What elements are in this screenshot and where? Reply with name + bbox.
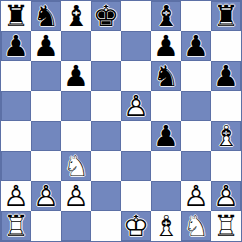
square-g1[interactable]: ♞♘ bbox=[181, 211, 211, 241]
square-b7[interactable]: ♟ bbox=[31, 31, 61, 61]
square-g2[interactable]: ♟♙ bbox=[181, 181, 211, 211]
square-d2[interactable] bbox=[91, 181, 121, 211]
square-e4[interactable] bbox=[121, 121, 151, 151]
white-piece-outline-layer: ♖ bbox=[211, 211, 241, 241]
square-d3[interactable] bbox=[91, 151, 121, 181]
piece-black-pawn[interactable]: ♟ bbox=[151, 31, 181, 61]
square-h4[interactable]: ♝♗ bbox=[211, 121, 241, 151]
square-e1[interactable]: ♚♔ bbox=[121, 211, 151, 241]
piece-white-pawn[interactable]: ♟♙ bbox=[181, 181, 211, 211]
white-piece-outline-layer: ♘ bbox=[181, 211, 211, 241]
square-h3[interactable] bbox=[211, 151, 241, 181]
black-piece-glyph: ♜ bbox=[211, 1, 241, 31]
square-b8[interactable]: ♞ bbox=[31, 1, 61, 31]
square-c6[interactable]: ♟ bbox=[61, 61, 91, 91]
black-piece-glyph: ♟ bbox=[31, 31, 61, 61]
square-e6[interactable] bbox=[121, 61, 151, 91]
black-piece-glyph: ♚ bbox=[91, 1, 121, 31]
square-g6[interactable] bbox=[181, 61, 211, 91]
black-piece-glyph: ♝ bbox=[151, 1, 181, 31]
piece-white-bishop[interactable]: ♝♗ bbox=[211, 121, 241, 151]
square-e2[interactable] bbox=[121, 181, 151, 211]
square-g3[interactable] bbox=[181, 151, 211, 181]
white-piece-outline-layer: ♙ bbox=[1, 181, 31, 211]
white-piece-outline-layer: ♙ bbox=[211, 181, 241, 211]
white-piece-outline-layer: ♙ bbox=[31, 181, 61, 211]
square-a2[interactable]: ♟♙ bbox=[1, 181, 31, 211]
square-d8[interactable]: ♚ bbox=[91, 1, 121, 31]
black-piece-glyph: ♞ bbox=[151, 61, 181, 91]
square-g4[interactable] bbox=[181, 121, 211, 151]
square-d7[interactable] bbox=[91, 31, 121, 61]
square-e3[interactable] bbox=[121, 151, 151, 181]
chess-board: ♜♞♝♚♝♜♟♟♟♟♟♞♟♟♙♟♝♗♞♘♟♙♟♙♟♙♟♙♟♙♜♖♚♔♝♗♞♘♜♖ bbox=[0, 0, 242, 242]
square-h8[interactable]: ♜ bbox=[211, 1, 241, 31]
piece-white-pawn[interactable]: ♟♙ bbox=[61, 181, 91, 211]
square-c1[interactable] bbox=[61, 211, 91, 241]
piece-black-pawn[interactable]: ♟ bbox=[31, 31, 61, 61]
piece-white-pawn[interactable]: ♟♙ bbox=[31, 181, 61, 211]
piece-white-rook[interactable]: ♜♖ bbox=[211, 211, 241, 241]
square-g5[interactable] bbox=[181, 91, 211, 121]
piece-black-rook[interactable]: ♜ bbox=[211, 1, 241, 31]
piece-black-pawn[interactable]: ♟ bbox=[61, 61, 91, 91]
square-c7[interactable] bbox=[61, 31, 91, 61]
square-b5[interactable] bbox=[31, 91, 61, 121]
square-f3[interactable] bbox=[151, 151, 181, 181]
square-h6[interactable]: ♟ bbox=[211, 61, 241, 91]
piece-white-pawn[interactable]: ♟♙ bbox=[1, 181, 31, 211]
piece-white-rook[interactable]: ♜♖ bbox=[1, 211, 31, 241]
square-a8[interactable]: ♜ bbox=[1, 1, 31, 31]
black-piece-glyph: ♞ bbox=[31, 1, 61, 31]
square-g7[interactable]: ♟ bbox=[181, 31, 211, 61]
piece-black-pawn[interactable]: ♟ bbox=[211, 61, 241, 91]
square-b1[interactable] bbox=[31, 211, 61, 241]
square-h2[interactable]: ♟♙ bbox=[211, 181, 241, 211]
black-piece-glyph: ♝ bbox=[61, 1, 91, 31]
square-d6[interactable] bbox=[91, 61, 121, 91]
white-piece-outline-layer: ♗ bbox=[151, 211, 181, 241]
square-a7[interactable]: ♟ bbox=[1, 31, 31, 61]
square-f6[interactable]: ♞ bbox=[151, 61, 181, 91]
white-piece-outline-layer: ♔ bbox=[121, 211, 151, 241]
square-b3[interactable] bbox=[31, 151, 61, 181]
black-piece-glyph: ♜ bbox=[1, 1, 31, 31]
white-piece-outline-layer: ♘ bbox=[61, 151, 91, 181]
black-piece-glyph: ♟ bbox=[61, 61, 91, 91]
square-e7[interactable] bbox=[121, 31, 151, 61]
square-b4[interactable] bbox=[31, 121, 61, 151]
piece-black-bishop[interactable]: ♝ bbox=[61, 1, 91, 31]
black-piece-glyph: ♟ bbox=[151, 121, 181, 151]
square-d5[interactable] bbox=[91, 91, 121, 121]
white-piece-outline-layer: ♙ bbox=[61, 181, 91, 211]
black-piece-glyph: ♟ bbox=[211, 61, 241, 91]
piece-black-pawn[interactable]: ♟ bbox=[151, 121, 181, 151]
square-f7[interactable]: ♟ bbox=[151, 31, 181, 61]
square-d1[interactable] bbox=[91, 211, 121, 241]
piece-black-rook[interactable]: ♜ bbox=[1, 1, 31, 31]
white-piece-outline-layer: ♙ bbox=[181, 181, 211, 211]
black-piece-glyph: ♟ bbox=[151, 31, 181, 61]
square-a3[interactable] bbox=[1, 151, 31, 181]
piece-black-knight[interactable]: ♞ bbox=[31, 1, 61, 31]
piece-black-bishop[interactable]: ♝ bbox=[151, 1, 181, 31]
square-a5[interactable] bbox=[1, 91, 31, 121]
piece-white-king[interactable]: ♚♔ bbox=[121, 211, 151, 241]
square-f4[interactable]: ♟ bbox=[151, 121, 181, 151]
square-h1[interactable]: ♜♖ bbox=[211, 211, 241, 241]
piece-white-bishop[interactable]: ♝♗ bbox=[151, 211, 181, 241]
square-c8[interactable]: ♝ bbox=[61, 1, 91, 31]
square-c2[interactable]: ♟♙ bbox=[61, 181, 91, 211]
piece-black-pawn[interactable]: ♟ bbox=[181, 31, 211, 61]
square-h7[interactable] bbox=[211, 31, 241, 61]
square-f1[interactable]: ♝♗ bbox=[151, 211, 181, 241]
square-b2[interactable]: ♟♙ bbox=[31, 181, 61, 211]
piece-black-king[interactable]: ♚ bbox=[91, 1, 121, 31]
piece-white-knight[interactable]: ♞♘ bbox=[61, 151, 91, 181]
square-c3[interactable]: ♞♘ bbox=[61, 151, 91, 181]
white-piece-outline-layer: ♙ bbox=[121, 91, 151, 121]
white-piece-outline-layer: ♖ bbox=[1, 211, 31, 241]
square-f2[interactable] bbox=[151, 181, 181, 211]
square-a1[interactable]: ♜♖ bbox=[1, 211, 31, 241]
black-piece-glyph: ♟ bbox=[181, 31, 211, 61]
square-c4[interactable] bbox=[61, 121, 91, 151]
piece-black-knight[interactable]: ♞ bbox=[151, 61, 181, 91]
square-a6[interactable] bbox=[1, 61, 31, 91]
square-f5[interactable] bbox=[151, 91, 181, 121]
square-c5[interactable] bbox=[61, 91, 91, 121]
square-a4[interactable] bbox=[1, 121, 31, 151]
piece-black-pawn[interactable]: ♟ bbox=[1, 31, 31, 61]
square-d4[interactable] bbox=[91, 121, 121, 151]
piece-white-pawn[interactable]: ♟♙ bbox=[121, 91, 151, 121]
square-g8[interactable] bbox=[181, 1, 211, 31]
square-f8[interactable]: ♝ bbox=[151, 1, 181, 31]
square-b6[interactable] bbox=[31, 61, 61, 91]
piece-white-knight[interactable]: ♞♘ bbox=[181, 211, 211, 241]
piece-white-pawn[interactable]: ♟♙ bbox=[211, 181, 241, 211]
square-e8[interactable] bbox=[121, 1, 151, 31]
square-h5[interactable] bbox=[211, 91, 241, 121]
white-piece-outline-layer: ♗ bbox=[211, 121, 241, 151]
black-piece-glyph: ♟ bbox=[1, 31, 31, 61]
square-e5[interactable]: ♟♙ bbox=[121, 91, 151, 121]
